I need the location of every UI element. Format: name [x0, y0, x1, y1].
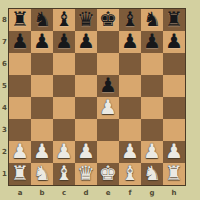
square-e8[interactable]: ♚ — [97, 9, 119, 31]
square-b7[interactable]: ♟ — [31, 31, 53, 53]
white-rook[interactable]: ♜ — [165, 162, 183, 184]
square-d1[interactable]: ♛ — [75, 163, 97, 185]
white-pawn[interactable]: ♟ — [11, 140, 29, 162]
black-bishop[interactable]: ♝ — [121, 8, 139, 30]
rank-label: 4 — [0, 97, 9, 119]
square-f4[interactable] — [119, 97, 141, 119]
white-pawn[interactable]: ♟ — [77, 140, 95, 162]
black-pawn[interactable]: ♟ — [33, 30, 51, 52]
black-pawn[interactable]: ♟ — [55, 30, 73, 52]
black-pawn[interactable]: ♟ — [99, 74, 117, 96]
square-c7[interactable]: ♟ — [53, 31, 75, 53]
square-b1[interactable]: ♞ — [31, 163, 53, 185]
black-pawn[interactable]: ♟ — [11, 30, 29, 52]
square-g4[interactable] — [141, 97, 163, 119]
square-h3[interactable] — [163, 119, 185, 141]
square-e6[interactable] — [97, 53, 119, 75]
square-d3[interactable] — [75, 119, 97, 141]
rank-label: 3 — [0, 119, 9, 141]
square-c1[interactable]: ♝ — [53, 163, 75, 185]
square-a7[interactable]: ♟ — [9, 31, 31, 53]
file-label: d — [75, 187, 97, 199]
square-f7[interactable]: ♟ — [119, 31, 141, 53]
white-knight[interactable]: ♞ — [33, 162, 51, 184]
square-g7[interactable]: ♟ — [141, 31, 163, 53]
file-label: e — [97, 187, 119, 199]
square-c8[interactable]: ♝ — [53, 9, 75, 31]
square-d8[interactable]: ♛ — [75, 9, 97, 31]
square-d4[interactable] — [75, 97, 97, 119]
square-a6[interactable] — [9, 53, 31, 75]
black-rook[interactable]: ♜ — [11, 8, 29, 30]
rank-label: 5 — [0, 75, 9, 97]
white-bishop[interactable]: ♝ — [121, 162, 139, 184]
square-c4[interactable] — [53, 97, 75, 119]
square-g6[interactable] — [141, 53, 163, 75]
white-bishop[interactable]: ♝ — [55, 162, 73, 184]
square-d7[interactable]: ♟ — [75, 31, 97, 53]
file-label: b — [31, 187, 53, 199]
white-pawn[interactable]: ♟ — [143, 140, 161, 162]
square-a5[interactable] — [9, 75, 31, 97]
black-rook[interactable]: ♜ — [165, 8, 183, 30]
square-c2[interactable]: ♟ — [53, 141, 75, 163]
square-e4[interactable]: ♟ — [97, 97, 119, 119]
square-e3[interactable] — [97, 119, 119, 141]
square-h8[interactable]: ♜ — [163, 9, 185, 31]
square-f3[interactable] — [119, 119, 141, 141]
white-pawn[interactable]: ♟ — [99, 96, 117, 118]
file-label: f — [119, 187, 141, 199]
square-e7[interactable] — [97, 31, 119, 53]
square-b4[interactable] — [31, 97, 53, 119]
square-e2[interactable] — [97, 141, 119, 163]
white-queen[interactable]: ♛ — [77, 162, 95, 184]
square-b6[interactable] — [31, 53, 53, 75]
square-h4[interactable] — [163, 97, 185, 119]
black-pawn[interactable]: ♟ — [165, 30, 183, 52]
file-label: c — [53, 187, 75, 199]
black-pawn[interactable]: ♟ — [77, 30, 95, 52]
black-king[interactable]: ♚ — [99, 8, 117, 30]
square-h6[interactable] — [163, 53, 185, 75]
square-f6[interactable] — [119, 53, 141, 75]
black-queen[interactable]: ♛ — [77, 8, 95, 30]
square-h1[interactable]: ♜ — [163, 163, 185, 185]
black-pawn[interactable]: ♟ — [143, 30, 161, 52]
square-a3[interactable] — [9, 119, 31, 141]
rank-labels: 87654321 — [0, 9, 9, 185]
square-b3[interactable] — [31, 119, 53, 141]
black-bishop[interactable]: ♝ — [55, 8, 73, 30]
square-f2[interactable]: ♟ — [119, 141, 141, 163]
square-f8[interactable]: ♝ — [119, 9, 141, 31]
file-label: g — [141, 187, 163, 199]
square-c3[interactable] — [53, 119, 75, 141]
white-pawn[interactable]: ♟ — [165, 140, 183, 162]
square-f5[interactable] — [119, 75, 141, 97]
square-g5[interactable] — [141, 75, 163, 97]
square-c6[interactable] — [53, 53, 75, 75]
square-f1[interactable]: ♝ — [119, 163, 141, 185]
square-a4[interactable] — [9, 97, 31, 119]
square-h2[interactable]: ♟ — [163, 141, 185, 163]
rank-label: 2 — [0, 141, 9, 163]
square-a2[interactable]: ♟ — [9, 141, 31, 163]
white-king[interactable]: ♚ — [99, 162, 117, 184]
square-d2[interactable]: ♟ — [75, 141, 97, 163]
black-knight[interactable]: ♞ — [143, 8, 161, 30]
white-pawn[interactable]: ♟ — [121, 140, 139, 162]
square-h7[interactable]: ♟ — [163, 31, 185, 53]
square-b5[interactable] — [31, 75, 53, 97]
square-g1[interactable]: ♞ — [141, 163, 163, 185]
square-b2[interactable]: ♟ — [31, 141, 53, 163]
square-d6[interactable] — [75, 53, 97, 75]
white-pawn[interactable]: ♟ — [55, 140, 73, 162]
black-pawn[interactable]: ♟ — [121, 30, 139, 52]
square-d5[interactable] — [75, 75, 97, 97]
square-a1[interactable]: ♜ — [9, 163, 31, 185]
file-label: h — [163, 187, 185, 199]
file-labels: abcdefgh — [9, 187, 185, 199]
white-pawn[interactable]: ♟ — [33, 140, 51, 162]
square-g2[interactable]: ♟ — [141, 141, 163, 163]
rank-label: 6 — [0, 53, 9, 75]
black-knight[interactable]: ♞ — [33, 8, 51, 30]
rank-label: 1 — [0, 163, 9, 185]
chess-app: 87654321 ♜♞♝♛♚♝♞♜♟♟♟♟♟♟♟♟♟♟♟♟♟♟♟♟♜♞♝♛♚♝♞… — [0, 0, 200, 200]
file-label: a — [9, 187, 31, 199]
chess-board: ♜♞♝♛♚♝♞♜♟♟♟♟♟♟♟♟♟♟♟♟♟♟♟♟♜♞♝♛♚♝♞♜ — [9, 9, 185, 185]
square-g8[interactable]: ♞ — [141, 9, 163, 31]
square-h5[interactable] — [163, 75, 185, 97]
square-c5[interactable] — [53, 75, 75, 97]
rank-label: 7 — [0, 31, 9, 53]
rank-label: 8 — [0, 9, 9, 31]
square-a8[interactable]: ♜ — [9, 9, 31, 31]
white-rook[interactable]: ♜ — [11, 162, 29, 184]
square-e1[interactable]: ♚ — [97, 163, 119, 185]
square-g3[interactable] — [141, 119, 163, 141]
square-e5[interactable]: ♟ — [97, 75, 119, 97]
white-knight[interactable]: ♞ — [143, 162, 161, 184]
square-b8[interactable]: ♞ — [31, 9, 53, 31]
